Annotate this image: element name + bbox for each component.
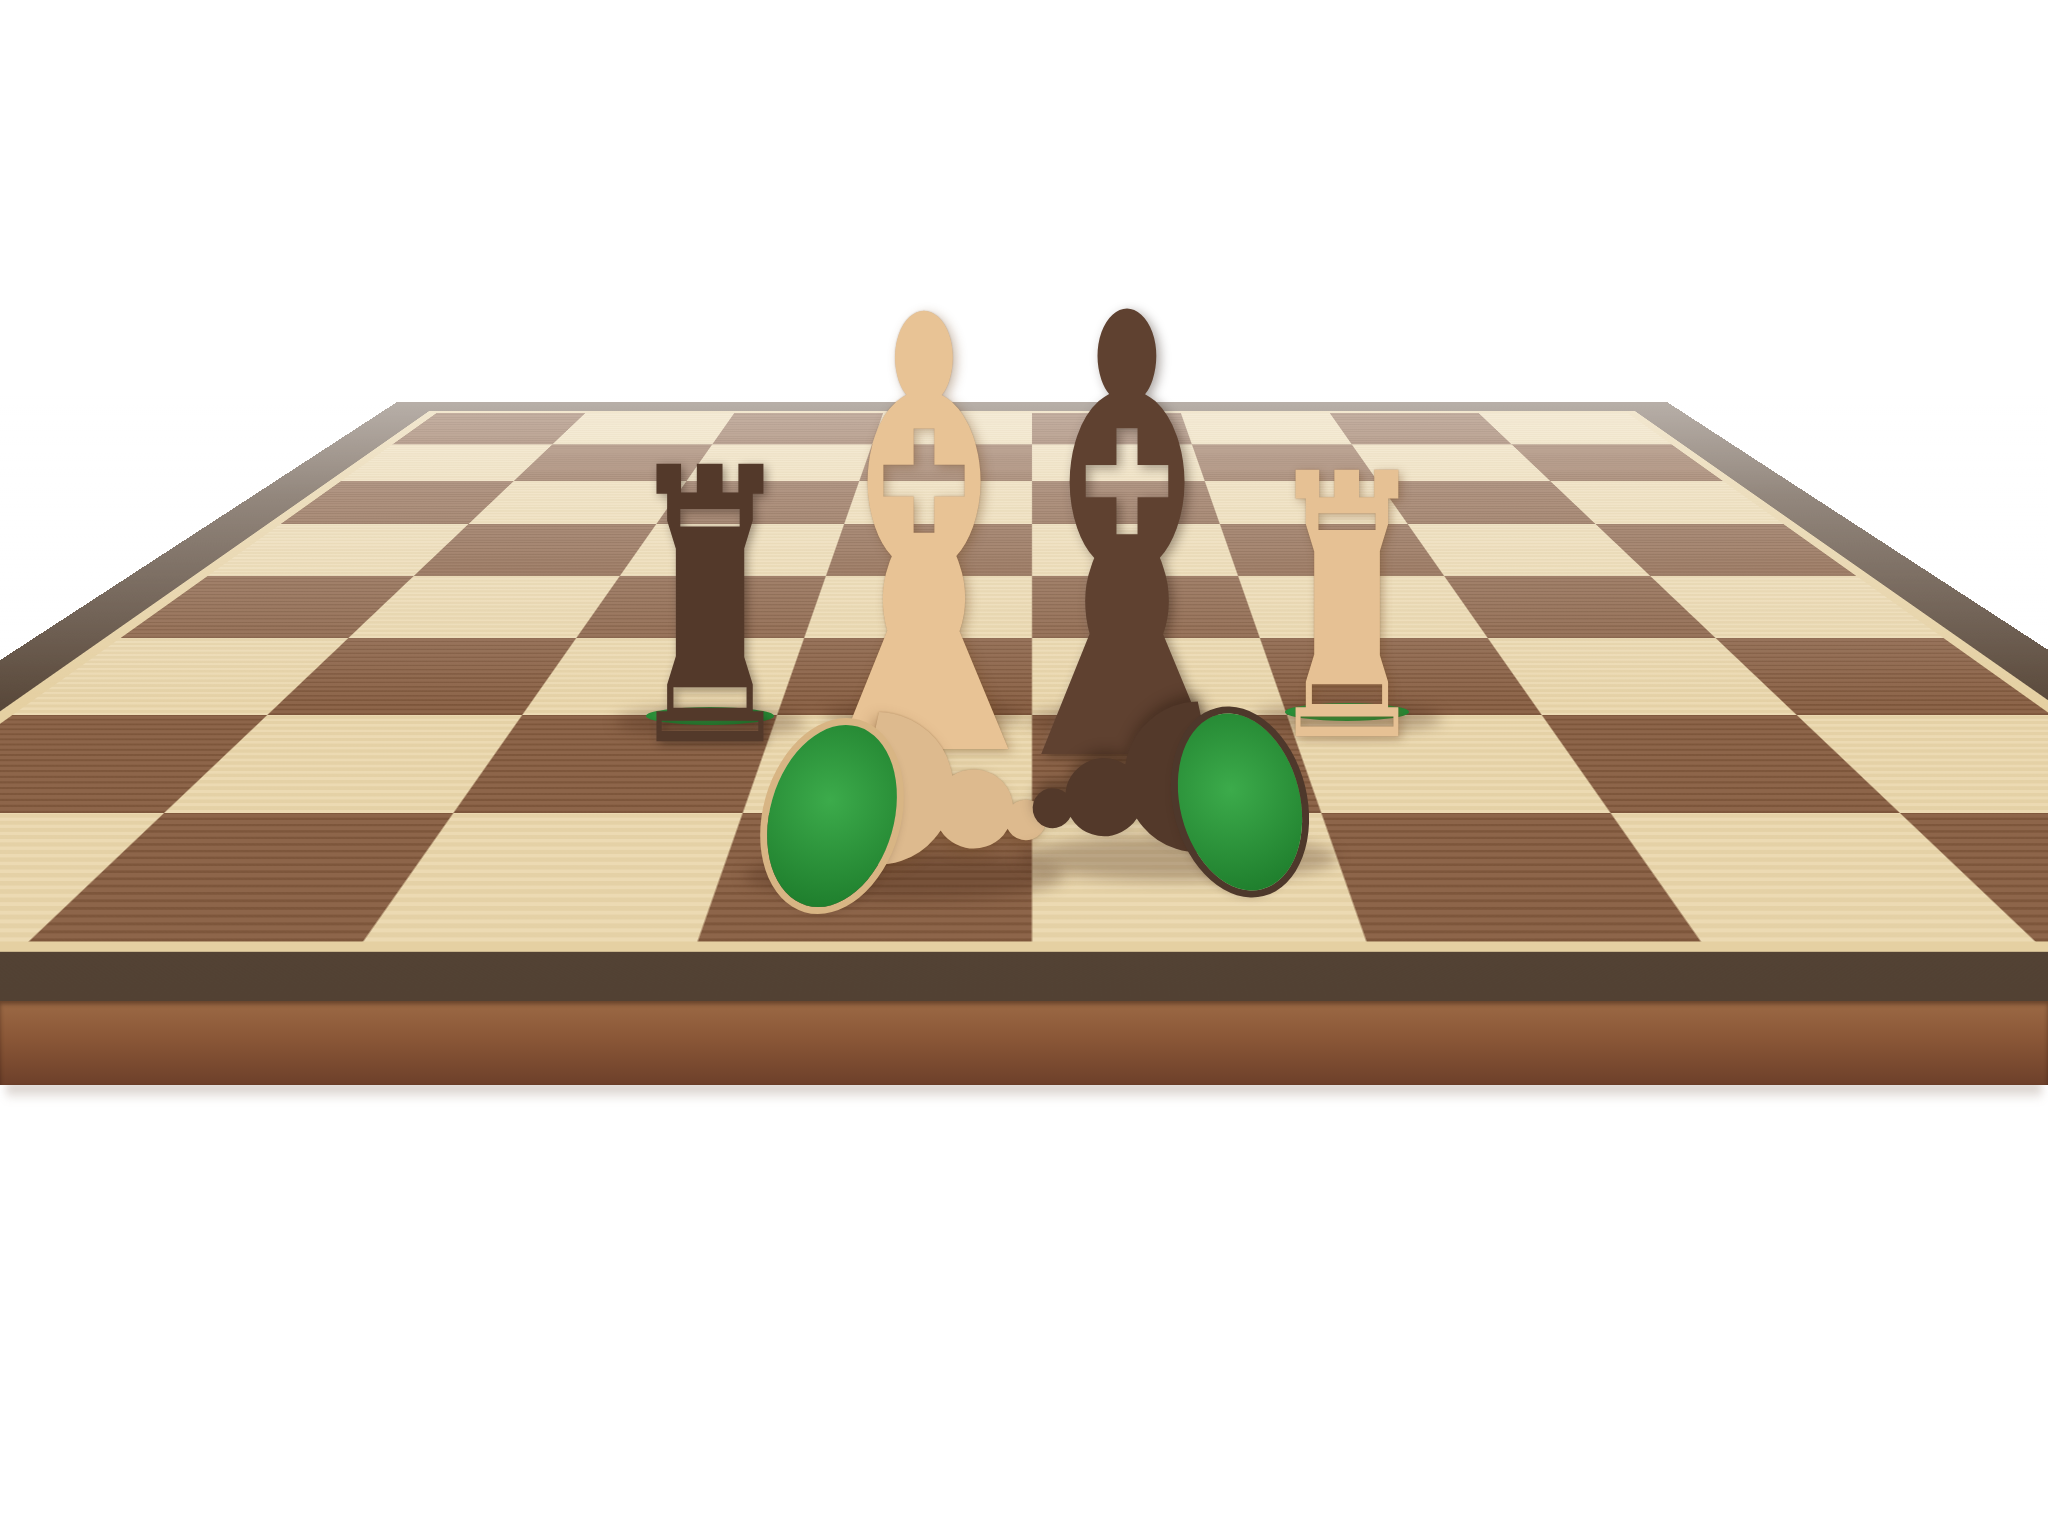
chessboard-photo-scene: ♜ ♝ ♝ ♜ ♟ ♟ <box>0 0 2048 1535</box>
white-rook-icon: ♜ <box>1265 427 1429 792</box>
board-front-face <box>0 1001 2048 1085</box>
board-cast-shadow <box>6 1083 2042 1101</box>
square-h8 <box>1478 413 1671 445</box>
